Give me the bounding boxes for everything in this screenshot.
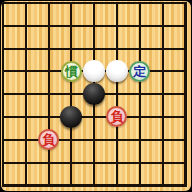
point-E5 — [83, 83, 106, 106]
black-stone — [83, 83, 105, 105]
point-F4[interactable]: 負 — [106, 106, 129, 129]
white-stone — [83, 60, 105, 82]
choice-marker-make[interactable]: 負 — [38, 129, 59, 150]
choice-marker-kan[interactable]: 慣 — [61, 61, 82, 82]
point-G6[interactable]: 定 — [128, 60, 151, 83]
white-stone — [106, 60, 128, 82]
point-F6 — [106, 60, 129, 83]
point-D6[interactable]: 慣 — [60, 60, 83, 83]
choice-marker-make[interactable]: 負 — [106, 106, 127, 127]
point-D4 — [60, 106, 83, 129]
choice-marker-tei[interactable]: 定 — [129, 61, 150, 82]
black-stone — [60, 106, 82, 128]
point-E6 — [83, 60, 106, 83]
point-C3[interactable]: 負 — [37, 128, 60, 151]
board-grid[interactable]: 慣 定 負 負 — [0, 0, 192, 192]
go-board-frame: 慣 定 負 負 — [0, 0, 192, 192]
